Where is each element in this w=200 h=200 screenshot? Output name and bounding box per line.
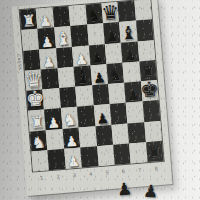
square-e5 bbox=[92, 84, 110, 106]
square-d7 bbox=[123, 61, 141, 83]
square-d3 bbox=[57, 67, 75, 89]
white-pawn-c2: ♟ bbox=[42, 54, 56, 69]
square-a7 bbox=[118, 1, 136, 23]
square-b3: ♝ bbox=[54, 26, 72, 48]
square-g8 bbox=[144, 121, 162, 143]
square-e6 bbox=[108, 83, 126, 105]
white-pawn-f2: ♟ bbox=[47, 115, 61, 130]
black-bishop-b7: ♝ bbox=[120, 23, 138, 42]
square-f4 bbox=[77, 106, 95, 128]
coord-label-3: 3 bbox=[73, 172, 77, 178]
square-h3: ♟ bbox=[64, 148, 82, 170]
square-d6: ♞ bbox=[106, 63, 124, 85]
square-a3 bbox=[52, 6, 70, 28]
square-g1: ♞ bbox=[30, 130, 48, 152]
square-f8 bbox=[142, 100, 160, 122]
coord-label-6: 6 bbox=[122, 168, 126, 174]
black-king-e8: ♚ bbox=[139, 79, 159, 101]
square-g2 bbox=[46, 129, 64, 151]
black-pawn-b6: ♟ bbox=[105, 29, 119, 44]
square-h5 bbox=[97, 145, 115, 167]
square-c1 bbox=[23, 49, 41, 71]
square-e8: ♚ bbox=[141, 80, 159, 102]
square-c8 bbox=[137, 40, 155, 62]
square-f7 bbox=[126, 102, 144, 124]
square-h2 bbox=[48, 149, 66, 171]
white-knight-f3: ♞ bbox=[62, 112, 78, 129]
square-c2: ♟ bbox=[39, 48, 57, 70]
square-f2: ♟ bbox=[44, 108, 62, 130]
square-g3: ♟ bbox=[62, 127, 80, 149]
white-bishop-b3: ♝ bbox=[54, 29, 72, 48]
square-g4 bbox=[79, 126, 97, 148]
black-knight-a5: ♞ bbox=[86, 8, 102, 25]
square-a2: ♟ bbox=[36, 7, 54, 29]
square-e1: ♚ bbox=[26, 90, 44, 112]
coord-label-7: 7 bbox=[138, 166, 142, 172]
black-rook-d8: ♜ bbox=[140, 64, 156, 81]
square-a4 bbox=[69, 5, 87, 27]
square-b6: ♟ bbox=[103, 22, 121, 44]
square-f1: ♜ bbox=[28, 110, 46, 132]
square-a5: ♞ bbox=[85, 3, 103, 25]
square-b7: ♝ bbox=[119, 21, 137, 43]
square-c6 bbox=[105, 42, 123, 64]
white-pawn-g3: ♟ bbox=[65, 134, 79, 149]
black-knight-d6: ♞ bbox=[108, 67, 124, 84]
white-pawn-h3: ♟ bbox=[66, 154, 80, 169]
square-a1: ♜ bbox=[20, 9, 38, 31]
square-d4: ♝ bbox=[74, 65, 92, 87]
square-a8 bbox=[134, 0, 152, 21]
square-f3: ♞ bbox=[61, 107, 79, 129]
coord-label-5: 5 bbox=[105, 169, 109, 175]
white-pawn-b2: ♟ bbox=[40, 34, 54, 49]
captured-black-pawn-2: ♟ bbox=[142, 182, 158, 200]
square-f6 bbox=[110, 103, 128, 125]
board-grid: ♜♟♞♛♟♝♟♝♟♟♟♟♛♝♟♞♜♚♟♚♜♟♞♟♞♟♟♜ bbox=[20, 0, 164, 172]
black-pawn-c5: ♟ bbox=[91, 50, 105, 65]
board-brand-text: CHESS bbox=[16, 54, 22, 70]
black-pawn-d5: ♟ bbox=[92, 70, 106, 85]
square-h7 bbox=[129, 142, 147, 164]
square-d8: ♜ bbox=[139, 60, 157, 82]
square-e7: ♟ bbox=[124, 82, 142, 104]
square-e3 bbox=[59, 87, 77, 109]
chess-board: ♜♟♞♛♟♝♟♝♟♟♟♟♛♝♟♞♜♚♟♚♜♟♞♟♞♟♟♜ 12345678 CH… bbox=[11, 0, 172, 196]
square-h6 bbox=[113, 144, 131, 166]
square-b1 bbox=[21, 29, 39, 51]
white-rook-a1: ♜ bbox=[21, 13, 37, 30]
square-g5 bbox=[95, 125, 113, 147]
white-pawn-a2: ♟ bbox=[38, 14, 52, 29]
square-a6: ♛ bbox=[101, 2, 119, 24]
square-c5: ♟ bbox=[88, 44, 106, 66]
square-c3 bbox=[56, 46, 74, 68]
square-g6 bbox=[111, 123, 129, 145]
white-pawn-c4: ♟ bbox=[74, 52, 88, 67]
white-rook-f1: ♜ bbox=[29, 114, 45, 131]
square-h4 bbox=[80, 146, 98, 168]
square-c4: ♟ bbox=[72, 45, 90, 67]
square-h1 bbox=[31, 150, 49, 172]
square-g7 bbox=[128, 122, 146, 144]
coord-label-2: 2 bbox=[56, 173, 60, 179]
square-b5 bbox=[87, 24, 105, 46]
coord-label-8: 8 bbox=[154, 165, 158, 171]
square-b2: ♟ bbox=[38, 28, 56, 50]
black-bishop-d4: ♝ bbox=[74, 68, 92, 87]
black-pawn-e7: ♟ bbox=[127, 88, 141, 103]
black-pawn-c7: ♟ bbox=[123, 48, 137, 63]
white-knight-g1: ♞ bbox=[31, 134, 47, 151]
square-e4 bbox=[75, 86, 93, 108]
square-d5: ♟ bbox=[90, 64, 108, 86]
square-e2 bbox=[43, 88, 61, 110]
coord-label-4: 4 bbox=[89, 171, 93, 177]
square-b4 bbox=[70, 25, 88, 47]
captured-black-pawn-1: ♟ bbox=[116, 180, 133, 199]
black-rook-h8: ♜ bbox=[147, 145, 163, 162]
square-b8 bbox=[136, 20, 154, 42]
chessboard-photo: ♜♟♞♛♟♝♟♝♟♟♟♟♛♝♟♞♜♚♟♚♜♟♞♟♞♟♟♜ 12345678 CH… bbox=[0, 0, 200, 200]
coord-label-1: 1 bbox=[40, 175, 44, 181]
square-f5: ♟ bbox=[93, 104, 111, 126]
square-d1: ♛ bbox=[25, 69, 43, 91]
black-pawn-f5: ♟ bbox=[96, 111, 110, 126]
square-d2 bbox=[41, 68, 59, 90]
square-c7: ♟ bbox=[121, 41, 139, 63]
square-h8: ♜ bbox=[146, 141, 164, 163]
